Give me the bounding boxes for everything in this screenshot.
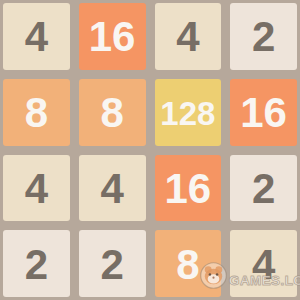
tile-r4c2: 2 xyxy=(79,230,146,297)
tile-r3c2: 4 xyxy=(79,155,146,222)
tile-r2c3: 128 xyxy=(155,79,222,146)
tile-r1c1: 4 xyxy=(3,3,70,70)
tile-r3c3: 16 xyxy=(155,155,222,222)
tile-r1c4: 2 xyxy=(230,3,297,70)
tile-r4c4: 4 xyxy=(230,230,297,297)
tile-r2c4: 16 xyxy=(230,79,297,146)
tile-r2c2: 8 xyxy=(79,79,146,146)
tile-r4c3: 8 xyxy=(155,230,222,297)
tile-r1c2: 16 xyxy=(79,3,146,70)
game-screen: 416428812816441622284 GAMES.LOL xyxy=(0,0,300,300)
tile-r1c3: 4 xyxy=(155,3,222,70)
tile-r4c1: 2 xyxy=(3,230,70,297)
tile-r3c1: 4 xyxy=(3,155,70,222)
board-2048[interactable]: 416428812816441622284 xyxy=(0,0,300,300)
tile-r3c4: 2 xyxy=(230,155,297,222)
tile-r2c1: 8 xyxy=(3,79,70,146)
